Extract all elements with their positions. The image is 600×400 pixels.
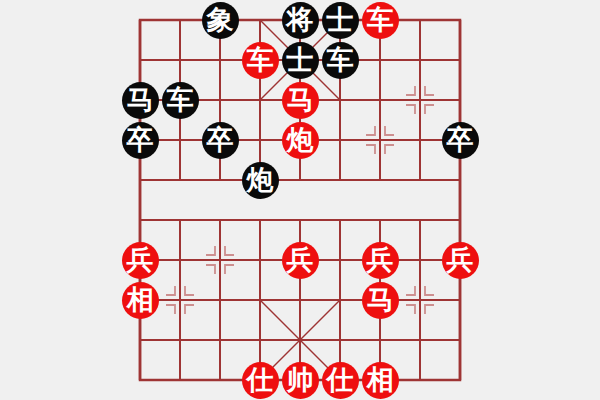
piece-red-pawn[interactable]: 兵 (362, 242, 399, 279)
piece-layer: 象将士车车士车马车马卒卒炮卒炮兵兵兵兵相马仕帅仕相 (120, 0, 480, 400)
piece-red-general[interactable]: 帅 (282, 362, 319, 399)
piece-black-chariot[interactable]: 车 (322, 42, 359, 79)
piece-red-chariot[interactable]: 车 (242, 42, 279, 79)
piece-black-pawn[interactable]: 卒 (122, 122, 159, 159)
piece-black-chariot[interactable]: 车 (162, 82, 199, 119)
page: { "game": "xiangqi", "position": "2b1kaR… (0, 0, 600, 400)
piece-red-chariot[interactable]: 车 (362, 2, 399, 39)
piece-red-elephant[interactable]: 相 (122, 282, 159, 319)
piece-red-pawn[interactable]: 兵 (122, 242, 159, 279)
xiangqi-board: 象将士车车士车马车马卒卒炮卒炮兵兵兵兵相马仕帅仕相 (0, 0, 600, 400)
piece-black-advisor[interactable]: 士 (322, 2, 359, 39)
piece-black-advisor[interactable]: 士 (282, 42, 319, 79)
piece-red-elephant[interactable]: 相 (362, 362, 399, 399)
piece-black-elephant[interactable]: 象 (202, 2, 239, 39)
piece-black-cannon[interactable]: 炮 (242, 162, 279, 199)
piece-red-advisor[interactable]: 仕 (322, 362, 359, 399)
piece-black-horse[interactable]: 马 (122, 82, 159, 119)
piece-red-pawn[interactable]: 兵 (442, 242, 479, 279)
piece-red-horse[interactable]: 马 (362, 282, 399, 319)
piece-red-pawn[interactable]: 兵 (282, 242, 319, 279)
piece-red-advisor[interactable]: 仕 (242, 362, 279, 399)
piece-black-general[interactable]: 将 (282, 2, 319, 39)
piece-red-cannon[interactable]: 炮 (282, 122, 319, 159)
piece-black-pawn[interactable]: 卒 (202, 122, 239, 159)
piece-black-pawn[interactable]: 卒 (442, 122, 479, 159)
piece-red-horse[interactable]: 马 (282, 82, 319, 119)
